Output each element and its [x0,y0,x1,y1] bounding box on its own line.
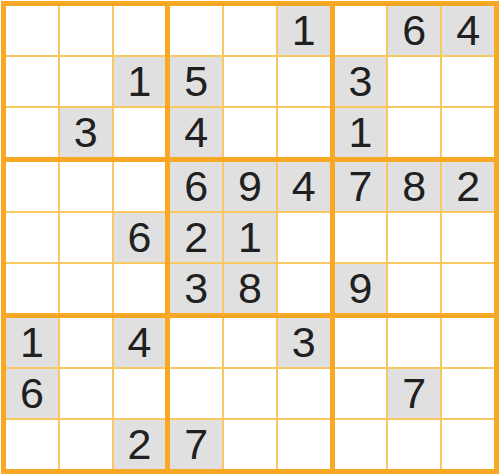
box-2: 154 [170,6,329,157]
cell-r4c7[interactable]: 7 [335,162,387,211]
cell-r2c3[interactable]: 1 [114,57,166,106]
box-4: 6 [6,162,165,313]
cell-r5c5[interactable]: 1 [224,213,276,262]
cell-r5c2[interactable] [60,213,112,262]
cell-r7c9[interactable] [442,318,494,367]
cell-r4c1[interactable] [6,162,58,211]
box-9: 7 [335,318,494,469]
cell-r8c8[interactable]: 7 [388,369,440,418]
cell-r2c8[interactable] [388,57,440,106]
cell-r5c6[interactable] [278,213,330,262]
cell-r4c6[interactable]: 4 [278,162,330,211]
cell-r8c6[interactable] [278,369,330,418]
cell-r5c4[interactable]: 2 [170,213,222,262]
cell-r7c5[interactable] [224,318,276,367]
cell-r2c1[interactable] [6,57,58,106]
cell-r7c7[interactable] [335,318,387,367]
cell-r8c2[interactable] [60,369,112,418]
cell-r7c6[interactable]: 3 [278,318,330,367]
cell-r9c1[interactable] [6,420,58,469]
cell-r9c9[interactable] [442,420,494,469]
cell-r2c7[interactable]: 3 [335,57,387,106]
cell-r4c4[interactable]: 6 [170,162,222,211]
cell-r3c6[interactable] [278,108,330,157]
box-8: 37 [170,318,329,469]
cell-r5c8[interactable] [388,213,440,262]
cell-r1c3[interactable] [114,6,166,55]
cell-r7c4[interactable] [170,318,222,367]
box-1: 13 [6,6,165,157]
cell-r3c9[interactable] [442,108,494,157]
cell-r9c3[interactable]: 2 [114,420,166,469]
cell-r5c3[interactable]: 6 [114,213,166,262]
box-3: 6431 [335,6,494,157]
cell-r1c8[interactable]: 6 [388,6,440,55]
cell-r9c5[interactable] [224,420,276,469]
cell-r6c8[interactable] [388,264,440,313]
cell-r3c3[interactable] [114,108,166,157]
cell-r1c7[interactable] [335,6,387,55]
cell-r5c7[interactable] [335,213,387,262]
cell-r3c7[interactable]: 1 [335,108,387,157]
cell-r1c6[interactable]: 1 [278,6,330,55]
cell-r4c5[interactable]: 9 [224,162,276,211]
cell-r1c1[interactable] [6,6,58,55]
cell-r4c9[interactable]: 2 [442,162,494,211]
cell-r4c8[interactable]: 8 [388,162,440,211]
cell-r8c3[interactable] [114,369,166,418]
cell-r1c5[interactable] [224,6,276,55]
box-5: 6942138 [170,162,329,313]
cell-r1c2[interactable] [60,6,112,55]
cell-r6c3[interactable] [114,264,166,313]
cell-r8c5[interactable] [224,369,276,418]
cell-r9c2[interactable] [60,420,112,469]
cell-r4c3[interactable] [114,162,166,211]
cell-r3c4[interactable]: 4 [170,108,222,157]
cell-r3c2[interactable]: 3 [60,108,112,157]
cell-r7c2[interactable] [60,318,112,367]
cell-r3c1[interactable] [6,108,58,157]
cell-r9c8[interactable] [388,420,440,469]
cell-r6c2[interactable] [60,264,112,313]
cell-r8c1[interactable]: 6 [6,369,58,418]
cell-r8c7[interactable] [335,369,387,418]
cell-r3c5[interactable] [224,108,276,157]
box-6: 7829 [335,162,494,313]
cell-r3c8[interactable] [388,108,440,157]
cell-r7c3[interactable]: 4 [114,318,166,367]
cell-r7c1[interactable]: 1 [6,318,58,367]
cell-r9c6[interactable] [278,420,330,469]
cell-r5c1[interactable] [6,213,58,262]
sudoku-board: 1315464316694213878291462377 [1,1,499,474]
cell-r4c2[interactable] [60,162,112,211]
cell-r2c2[interactable] [60,57,112,106]
cell-r1c4[interactable] [170,6,222,55]
cell-r8c4[interactable] [170,369,222,418]
cell-r2c9[interactable] [442,57,494,106]
cell-r2c5[interactable] [224,57,276,106]
cell-r7c8[interactable] [388,318,440,367]
cell-r1c9[interactable]: 4 [442,6,494,55]
cell-r9c7[interactable] [335,420,387,469]
cell-r6c1[interactable] [6,264,58,313]
cell-r6c6[interactable] [278,264,330,313]
cell-r6c5[interactable]: 8 [224,264,276,313]
cell-r2c4[interactable]: 5 [170,57,222,106]
cell-r9c4[interactable]: 7 [170,420,222,469]
cell-r6c7[interactable]: 9 [335,264,387,313]
cell-r8c9[interactable] [442,369,494,418]
box-7: 1462 [6,318,165,469]
cell-r5c9[interactable] [442,213,494,262]
cell-r2c6[interactable] [278,57,330,106]
cell-r6c4[interactable]: 3 [170,264,222,313]
cell-r6c9[interactable] [442,264,494,313]
